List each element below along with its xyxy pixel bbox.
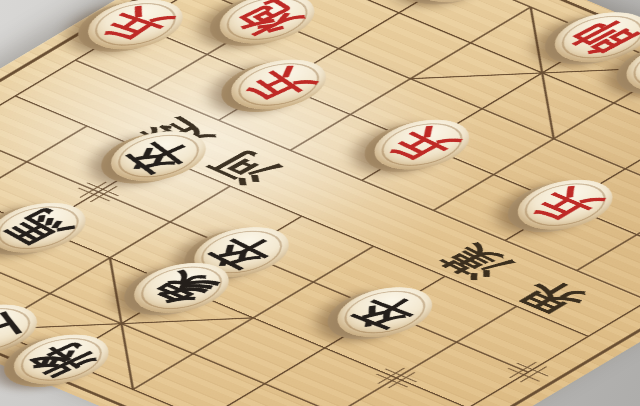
xiangqi-photo-scene: 楚河漢界 相炮兵帥仕兵兵卒兵馬卒象卒士將 <box>0 0 640 406</box>
xiangqi-board: 楚河漢界 相炮兵帥仕兵兵卒兵馬卒象卒士將 <box>0 0 640 406</box>
